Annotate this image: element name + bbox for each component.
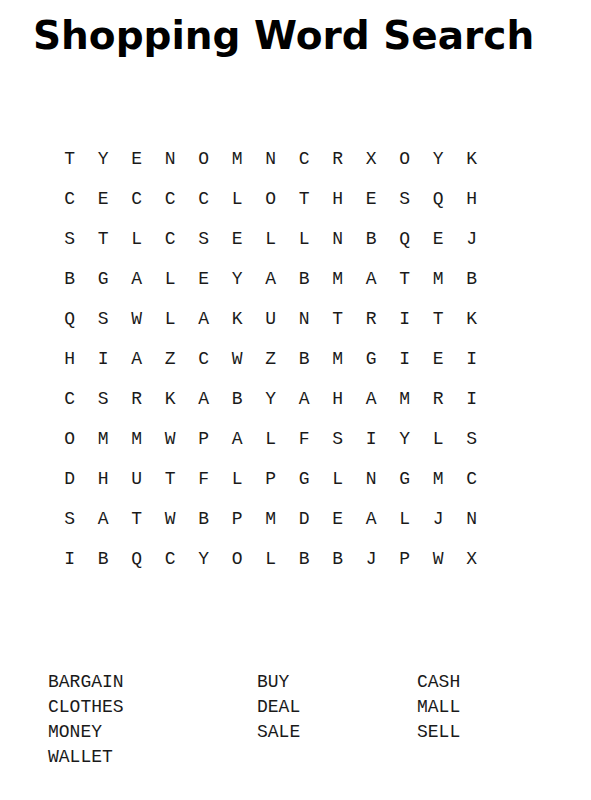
word-list-column-3: CASHMALLSELL bbox=[417, 670, 460, 745]
grid-cell-r6c6[interactable]: W bbox=[221, 339, 255, 379]
grid-cell-r1c10[interactable]: X bbox=[355, 139, 389, 179]
grid-cell-r7c8[interactable]: A bbox=[288, 379, 322, 419]
grid-cell-r9c13[interactable]: C bbox=[455, 459, 489, 499]
grid-cell-r8c11[interactable]: Y bbox=[388, 419, 422, 459]
grid-cell-r11c9[interactable]: B bbox=[321, 539, 355, 579]
grid-cell-r2c13[interactable]: H bbox=[455, 179, 489, 219]
grid-cell-r1c11[interactable]: O bbox=[388, 139, 422, 179]
grid-cell-r4c8[interactable]: B bbox=[288, 259, 322, 299]
word-list: BARGAINCLOTHESMONEYWALLET BUYDEALSALE CA… bbox=[0, 670, 591, 780]
grid-cell-r11c4[interactable]: C bbox=[154, 539, 188, 579]
grid-cell-r4c2[interactable]: G bbox=[87, 259, 121, 299]
grid-cell-r9c4[interactable]: T bbox=[154, 459, 188, 499]
grid-cell-r4c3[interactable]: A bbox=[120, 259, 154, 299]
grid-cell-r5c1[interactable]: Q bbox=[53, 299, 87, 339]
word-list-item: CASH bbox=[417, 670, 460, 695]
grid-cell-r5c13[interactable]: K bbox=[455, 299, 489, 339]
grid-cell-r10c12[interactable]: J bbox=[422, 499, 456, 539]
grid-cell-r9c8[interactable]: G bbox=[288, 459, 322, 499]
grid-cell-r10c5[interactable]: B bbox=[187, 499, 221, 539]
grid-cell-r6c10[interactable]: G bbox=[355, 339, 389, 379]
grid-cell-r1c7[interactable]: N bbox=[254, 139, 288, 179]
grid-cell-r6c7[interactable]: Z bbox=[254, 339, 288, 379]
grid-cell-r3c10[interactable]: B bbox=[355, 219, 389, 259]
grid-cell-r7c7[interactable]: Y bbox=[254, 379, 288, 419]
grid-cell-r3c5[interactable]: S bbox=[187, 219, 221, 259]
word-list-item: MONEY bbox=[48, 720, 124, 745]
grid-cell-r1c3[interactable]: E bbox=[120, 139, 154, 179]
grid-cell-r11c2[interactable]: B bbox=[87, 539, 121, 579]
grid-cell-r3c9[interactable]: N bbox=[321, 219, 355, 259]
grid-cell-r5c11[interactable]: I bbox=[388, 299, 422, 339]
grid-cell-r9c3[interactable]: U bbox=[120, 459, 154, 499]
grid-cell-r8c4[interactable]: W bbox=[154, 419, 188, 459]
grid-cell-r7c10[interactable]: A bbox=[355, 379, 389, 419]
grid-cell-r11c6[interactable]: O bbox=[221, 539, 255, 579]
grid-cell-r10c13[interactable]: N bbox=[455, 499, 489, 539]
grid-cell-r7c4[interactable]: K bbox=[154, 379, 188, 419]
grid-cell-r2c9[interactable]: H bbox=[321, 179, 355, 219]
grid-cell-r5c8[interactable]: N bbox=[288, 299, 322, 339]
grid-cell-r9c1[interactable]: D bbox=[53, 459, 87, 499]
grid-cell-r2c4[interactable]: C bbox=[154, 179, 188, 219]
grid-cell-r10c7[interactable]: M bbox=[254, 499, 288, 539]
grid-cell-r8c7[interactable]: L bbox=[254, 419, 288, 459]
grid-cell-r7c9[interactable]: H bbox=[321, 379, 355, 419]
grid-cell-r1c8[interactable]: C bbox=[288, 139, 322, 179]
grid-cell-r4c4[interactable]: L bbox=[154, 259, 188, 299]
grid-cell-r8c2[interactable]: M bbox=[87, 419, 121, 459]
grid-cell-r6c12[interactable]: E bbox=[422, 339, 456, 379]
word-list-column-1: BARGAINCLOTHESMONEYWALLET bbox=[48, 670, 124, 770]
grid-cell-r6c9[interactable]: M bbox=[321, 339, 355, 379]
grid-cell-r6c5[interactable]: C bbox=[187, 339, 221, 379]
grid-cell-r1c12[interactable]: Y bbox=[422, 139, 456, 179]
grid-cell-r6c13[interactable]: I bbox=[455, 339, 489, 379]
grid-cell-r2c3[interactable]: C bbox=[120, 179, 154, 219]
grid-cell-r11c11[interactable]: P bbox=[388, 539, 422, 579]
grid-cell-r10c1[interactable]: S bbox=[53, 499, 87, 539]
word-list-item: MALL bbox=[417, 695, 460, 720]
grid-cell-r8c6[interactable]: A bbox=[221, 419, 255, 459]
grid-cell-r9c11[interactable]: G bbox=[388, 459, 422, 499]
grid-cell-r9c7[interactable]: P bbox=[254, 459, 288, 499]
grid-cell-r4c10[interactable]: A bbox=[355, 259, 389, 299]
grid-cell-r5c10[interactable]: R bbox=[355, 299, 389, 339]
grid-cell-r1c13[interactable]: K bbox=[455, 139, 489, 179]
grid-cell-r6c2[interactable]: I bbox=[87, 339, 121, 379]
grid-cell-r11c12[interactable]: W bbox=[422, 539, 456, 579]
grid-cell-r6c11[interactable]: I bbox=[388, 339, 422, 379]
grid-cell-r10c6[interactable]: P bbox=[221, 499, 255, 539]
word-list-item: DEAL bbox=[257, 695, 300, 720]
grid-cell-r9c6[interactable]: L bbox=[221, 459, 255, 499]
grid-cell-r7c11[interactable]: M bbox=[388, 379, 422, 419]
grid-cell-r11c3[interactable]: Q bbox=[120, 539, 154, 579]
grid-cell-r6c1[interactable]: H bbox=[53, 339, 87, 379]
grid-cell-r3c13[interactable]: J bbox=[455, 219, 489, 259]
grid-cell-r9c2[interactable]: H bbox=[87, 459, 121, 499]
grid-cell-r6c4[interactable]: Z bbox=[154, 339, 188, 379]
grid-cell-r2c2[interactable]: E bbox=[87, 179, 121, 219]
word-list-item: SALE bbox=[257, 720, 300, 745]
grid-cell-r10c9[interactable]: E bbox=[321, 499, 355, 539]
grid-cell-r1c9[interactable]: R bbox=[321, 139, 355, 179]
grid-cell-r8c8[interactable]: F bbox=[288, 419, 322, 459]
grid-cell-r8c5[interactable]: P bbox=[187, 419, 221, 459]
grid-cell-r9c12[interactable]: M bbox=[422, 459, 456, 499]
grid-cell-r9c9[interactable]: L bbox=[321, 459, 355, 499]
grid-cell-r1c6[interactable]: M bbox=[221, 139, 255, 179]
word-list-item: CLOTHES bbox=[48, 695, 124, 720]
grid-cell-r7c3[interactable]: R bbox=[120, 379, 154, 419]
grid-cell-r4c11[interactable]: T bbox=[388, 259, 422, 299]
grid-cell-r11c10[interactable]: J bbox=[355, 539, 389, 579]
grid-cell-r11c8[interactable]: B bbox=[288, 539, 322, 579]
grid-cell-r3c1[interactable]: S bbox=[53, 219, 87, 259]
grid-cell-r10c2[interactable]: A bbox=[87, 499, 121, 539]
grid-cell-r5c7[interactable]: U bbox=[254, 299, 288, 339]
grid-cell-r11c7[interactable]: L bbox=[254, 539, 288, 579]
grid-cell-r10c10[interactable]: A bbox=[355, 499, 389, 539]
grid-cell-r1c2[interactable]: Y bbox=[87, 139, 121, 179]
word-list-item: BARGAIN bbox=[48, 670, 124, 695]
grid-cell-r8c12[interactable]: L bbox=[422, 419, 456, 459]
grid-cell-r4c6[interactable]: Y bbox=[221, 259, 255, 299]
grid-cell-r4c1[interactable]: B bbox=[53, 259, 87, 299]
word-search-grid: TYENOMNCRXOYKCECCCLOTHESQHSTLCSELLNBQEJB… bbox=[53, 139, 489, 579]
grid-cell-r1c1[interactable]: T bbox=[53, 139, 87, 179]
grid-cell-r5c9[interactable]: T bbox=[321, 299, 355, 339]
word-list-item: WALLET bbox=[48, 745, 124, 770]
grid-cell-r5c6[interactable]: K bbox=[221, 299, 255, 339]
grid-cell-r5c5[interactable]: A bbox=[187, 299, 221, 339]
grid-cell-r7c1[interactable]: C bbox=[53, 379, 87, 419]
grid-cell-r2c10[interactable]: E bbox=[355, 179, 389, 219]
grid-cell-r3c7[interactable]: L bbox=[254, 219, 288, 259]
grid-cell-r2c7[interactable]: O bbox=[254, 179, 288, 219]
grid-cell-r7c13[interactable]: I bbox=[455, 379, 489, 419]
grid-cell-r2c5[interactable]: C bbox=[187, 179, 221, 219]
grid-cell-r7c6[interactable]: B bbox=[221, 379, 255, 419]
page-root: { "game": "word-search", "title": "Shopp… bbox=[0, 0, 591, 800]
grid-cell-r7c2[interactable]: S bbox=[87, 379, 121, 419]
grid-cell-r3c4[interactable]: C bbox=[154, 219, 188, 259]
grid-cell-r7c5[interactable]: A bbox=[187, 379, 221, 419]
grid-cell-r3c8[interactable]: L bbox=[288, 219, 322, 259]
grid-cell-r1c4[interactable]: N bbox=[154, 139, 188, 179]
grid-cell-r10c8[interactable]: D bbox=[288, 499, 322, 539]
grid-cell-r2c1[interactable]: C bbox=[53, 179, 87, 219]
grid-cell-r5c2[interactable]: S bbox=[87, 299, 121, 339]
grid-cell-r8c1[interactable]: O bbox=[53, 419, 87, 459]
grid-cell-r8c3[interactable]: M bbox=[120, 419, 154, 459]
page-title: Shopping Word Search bbox=[33, 14, 534, 59]
grid-cell-r11c13[interactable]: X bbox=[455, 539, 489, 579]
grid-cell-r2c8[interactable]: T bbox=[288, 179, 322, 219]
grid-cell-r9c10[interactable]: N bbox=[355, 459, 389, 499]
grid-cell-r8c10[interactable]: I bbox=[355, 419, 389, 459]
grid-cell-r9c5[interactable]: F bbox=[187, 459, 221, 499]
grid-cell-r4c7[interactable]: A bbox=[254, 259, 288, 299]
grid-cell-r3c6[interactable]: E bbox=[221, 219, 255, 259]
grid-cell-r4c13[interactable]: B bbox=[455, 259, 489, 299]
grid-cell-r1c5[interactable]: O bbox=[187, 139, 221, 179]
grid-cell-r4c5[interactable]: E bbox=[187, 259, 221, 299]
grid-cell-r4c9[interactable]: M bbox=[321, 259, 355, 299]
word-list-column-2: BUYDEALSALE bbox=[257, 670, 300, 745]
grid-cell-r3c2[interactable]: T bbox=[87, 219, 121, 259]
grid-cell-r5c12[interactable]: T bbox=[422, 299, 456, 339]
grid-cell-r2c6[interactable]: L bbox=[221, 179, 255, 219]
grid-cell-r2c11[interactable]: S bbox=[388, 179, 422, 219]
grid-cell-r3c11[interactable]: Q bbox=[388, 219, 422, 259]
word-list-item: SELL bbox=[417, 720, 460, 745]
grid-cell-r11c1[interactable]: I bbox=[53, 539, 87, 579]
grid-cell-r8c13[interactable]: S bbox=[455, 419, 489, 459]
grid-cell-r10c3[interactable]: T bbox=[120, 499, 154, 539]
grid-cell-r6c3[interactable]: A bbox=[120, 339, 154, 379]
grid-cell-r5c4[interactable]: L bbox=[154, 299, 188, 339]
grid-cell-r3c3[interactable]: L bbox=[120, 219, 154, 259]
grid-cell-r10c11[interactable]: L bbox=[388, 499, 422, 539]
grid-cell-r7c12[interactable]: R bbox=[422, 379, 456, 419]
grid-cell-r4c12[interactable]: M bbox=[422, 259, 456, 299]
grid-cell-r6c8[interactable]: B bbox=[288, 339, 322, 379]
grid-cell-r8c9[interactable]: S bbox=[321, 419, 355, 459]
word-list-item: BUY bbox=[257, 670, 300, 695]
grid-cell-r2c12[interactable]: Q bbox=[422, 179, 456, 219]
grid-cell-r3c12[interactable]: E bbox=[422, 219, 456, 259]
grid-cell-r11c5[interactable]: Y bbox=[187, 539, 221, 579]
grid-cell-r5c3[interactable]: W bbox=[120, 299, 154, 339]
grid-cell-r10c4[interactable]: W bbox=[154, 499, 188, 539]
